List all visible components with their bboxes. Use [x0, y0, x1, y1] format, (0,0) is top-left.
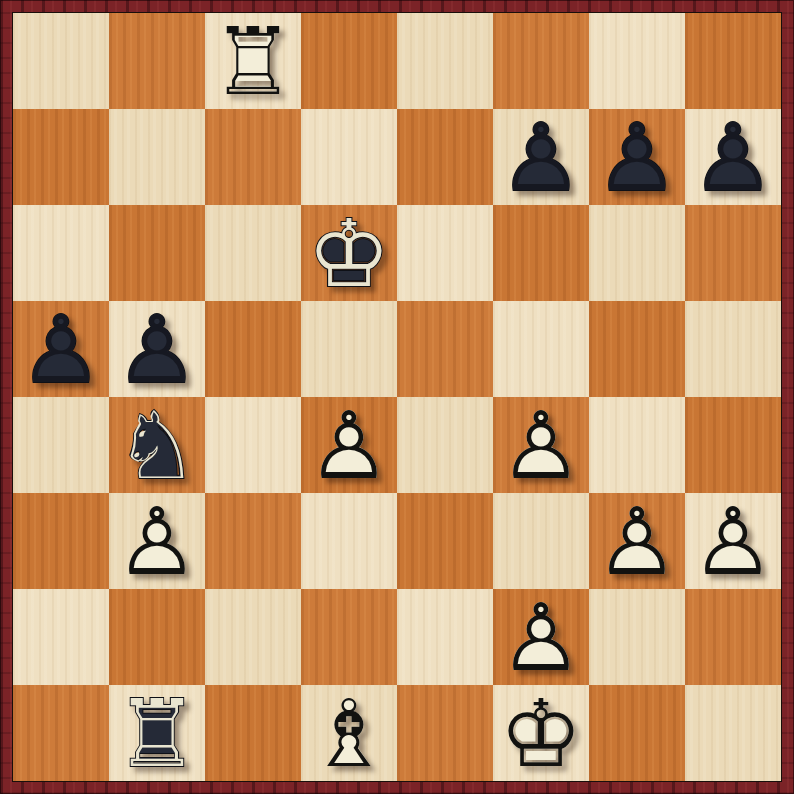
square-b2[interactable] [109, 589, 205, 685]
square-d7[interactable] [301, 109, 397, 205]
white-pawn-outline: ♙ [589, 494, 685, 590]
black-knight-glyph: ♞ [109, 398, 205, 494]
square-a1[interactable] [13, 685, 109, 781]
white-pawn-outline: ♙ [301, 398, 397, 494]
square-h8[interactable] [685, 13, 781, 109]
white-pawn-outline: ♙ [109, 494, 205, 590]
square-a8[interactable] [13, 13, 109, 109]
white-pawn-outline: ♙ [493, 398, 589, 494]
square-h7[interactable]: ♟♙ [685, 109, 781, 205]
black-rook-outline: ♖ [109, 686, 205, 782]
square-a2[interactable] [13, 589, 109, 685]
white-pawn-glyph: ♟ [685, 494, 781, 590]
square-c3[interactable] [205, 493, 301, 589]
square-a7[interactable] [13, 109, 109, 205]
black-pawn[interactable]: ♟♙ [493, 109, 589, 205]
square-b7[interactable] [109, 109, 205, 205]
chess-board: ♜♖♟♙♟♙♟♙♚♔♟♙♟♙♞♘♟♙♟♙♟♙♟♙♟♙♟♙♜♖♝♗♚♔ [13, 13, 781, 781]
square-b5[interactable]: ♟♙ [109, 301, 205, 397]
white-pawn[interactable]: ♟♙ [493, 589, 589, 685]
black-knight-outline: ♘ [109, 398, 205, 494]
black-pawn[interactable]: ♟♙ [13, 301, 109, 397]
square-e7[interactable] [397, 109, 493, 205]
square-c6[interactable] [205, 205, 301, 301]
square-d3[interactable] [301, 493, 397, 589]
square-e1[interactable] [397, 685, 493, 781]
black-knight[interactable]: ♞♘ [109, 397, 205, 493]
white-pawn-outline: ♙ [685, 494, 781, 590]
square-g5[interactable] [589, 301, 685, 397]
white-pawn-glyph: ♟ [301, 398, 397, 494]
black-pawn[interactable]: ♟♙ [109, 301, 205, 397]
square-d5[interactable] [301, 301, 397, 397]
square-g4[interactable] [589, 397, 685, 493]
square-e6[interactable] [397, 205, 493, 301]
square-h4[interactable] [685, 397, 781, 493]
square-h6[interactable] [685, 205, 781, 301]
square-e8[interactable] [397, 13, 493, 109]
white-rook-glyph: ♜ [205, 14, 301, 110]
square-f7[interactable]: ♟♙ [493, 109, 589, 205]
square-e5[interactable] [397, 301, 493, 397]
square-d1[interactable]: ♝♗ [301, 685, 397, 781]
black-pawn-outline: ♙ [13, 302, 109, 398]
white-pawn[interactable]: ♟♙ [493, 397, 589, 493]
square-f8[interactable] [493, 13, 589, 109]
black-pawn-glyph: ♟ [589, 110, 685, 206]
square-e2[interactable] [397, 589, 493, 685]
square-f4[interactable]: ♟♙ [493, 397, 589, 493]
white-pawn[interactable]: ♟♙ [109, 493, 205, 589]
black-pawn-outline: ♙ [589, 110, 685, 206]
square-f2[interactable]: ♟♙ [493, 589, 589, 685]
square-b4[interactable]: ♞♘ [109, 397, 205, 493]
black-king[interactable]: ♚♔ [301, 205, 397, 301]
square-d2[interactable] [301, 589, 397, 685]
black-king-outline: ♔ [301, 206, 397, 302]
white-pawn-glyph: ♟ [109, 494, 205, 590]
square-h3[interactable]: ♟♙ [685, 493, 781, 589]
black-pawn-glyph: ♟ [13, 302, 109, 398]
square-d6[interactable]: ♚♔ [301, 205, 397, 301]
square-f3[interactable] [493, 493, 589, 589]
square-b1[interactable]: ♜♖ [109, 685, 205, 781]
square-g6[interactable] [589, 205, 685, 301]
square-e3[interactable] [397, 493, 493, 589]
square-b8[interactable] [109, 13, 205, 109]
square-h1[interactable] [685, 685, 781, 781]
square-g3[interactable]: ♟♙ [589, 493, 685, 589]
square-g2[interactable] [589, 589, 685, 685]
white-pawn[interactable]: ♟♙ [301, 397, 397, 493]
square-g1[interactable] [589, 685, 685, 781]
white-pawn-glyph: ♟ [493, 398, 589, 494]
square-e4[interactable] [397, 397, 493, 493]
white-pawn-outline: ♙ [493, 590, 589, 686]
square-f1[interactable]: ♚♔ [493, 685, 589, 781]
black-pawn-glyph: ♟ [493, 110, 589, 206]
white-king-glyph: ♚ [493, 686, 589, 782]
black-pawn-outline: ♙ [109, 302, 205, 398]
black-pawn[interactable]: ♟♙ [589, 109, 685, 205]
white-pawn[interactable]: ♟♙ [589, 493, 685, 589]
black-pawn-outline: ♙ [685, 110, 781, 206]
square-d4[interactable]: ♟♙ [301, 397, 397, 493]
board-frame: ♜♖♟♙♟♙♟♙♚♔♟♙♟♙♞♘♟♙♟♙♟♙♟♙♟♙♟♙♜♖♝♗♚♔ [0, 0, 794, 794]
white-pawn-glyph: ♟ [589, 494, 685, 590]
square-g7[interactable]: ♟♙ [589, 109, 685, 205]
black-rook[interactable]: ♜♖ [109, 685, 205, 781]
square-d8[interactable] [301, 13, 397, 109]
white-pawn-glyph: ♟ [493, 590, 589, 686]
square-h2[interactable] [685, 589, 781, 685]
white-king[interactable]: ♚♔ [493, 685, 589, 781]
white-pawn[interactable]: ♟♙ [685, 493, 781, 589]
square-b6[interactable] [109, 205, 205, 301]
square-c4[interactable] [205, 397, 301, 493]
white-king-outline: ♔ [493, 686, 589, 782]
black-pawn-glyph: ♟ [109, 302, 205, 398]
square-b3[interactable]: ♟♙ [109, 493, 205, 589]
board-inner-line: ♜♖♟♙♟♙♟♙♚♔♟♙♟♙♞♘♟♙♟♙♟♙♟♙♟♙♟♙♜♖♝♗♚♔ [12, 12, 782, 782]
black-king-glyph: ♚ [301, 206, 397, 302]
square-h5[interactable] [685, 301, 781, 397]
square-a3[interactable] [13, 493, 109, 589]
square-c8[interactable]: ♜♖ [205, 13, 301, 109]
white-bishop[interactable]: ♝♗ [301, 685, 397, 781]
square-c1[interactable] [205, 685, 301, 781]
white-rook-outline: ♖ [205, 14, 301, 110]
black-pawn-glyph: ♟ [685, 110, 781, 206]
square-c2[interactable] [205, 589, 301, 685]
black-pawn[interactable]: ♟♙ [685, 109, 781, 205]
black-pawn-outline: ♙ [493, 110, 589, 206]
white-bishop-outline: ♗ [301, 686, 397, 782]
square-f5[interactable] [493, 301, 589, 397]
black-rook-glyph: ♜ [109, 686, 205, 782]
square-c5[interactable] [205, 301, 301, 397]
white-rook[interactable]: ♜♖ [205, 13, 301, 109]
square-g8[interactable] [589, 13, 685, 109]
square-a6[interactable] [13, 205, 109, 301]
white-bishop-glyph: ♝ [301, 686, 397, 782]
square-a5[interactable]: ♟♙ [13, 301, 109, 397]
square-a4[interactable] [13, 397, 109, 493]
square-f6[interactable] [493, 205, 589, 301]
square-c7[interactable] [205, 109, 301, 205]
